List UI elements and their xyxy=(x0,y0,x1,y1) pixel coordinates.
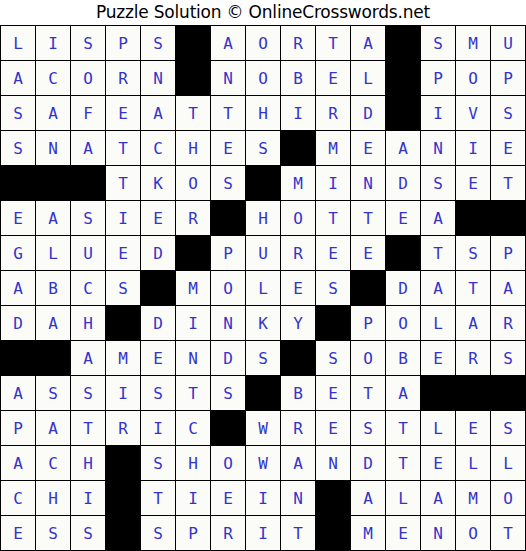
letter-cell-r3c8: H xyxy=(246,96,280,130)
letter-cell-r11c4: I xyxy=(106,376,140,410)
letter-cell-r4c10: M xyxy=(316,131,350,165)
letter-cell-r2c14: O xyxy=(456,61,490,95)
letter-cell-r10c4: M xyxy=(106,341,140,375)
black-cell-r6c15 xyxy=(491,201,525,235)
letter-cell-r1c14: M xyxy=(456,26,490,60)
letter-cell-r9c15: R xyxy=(491,306,525,340)
letter-cell-r14c7: E xyxy=(211,481,245,515)
letter-cell-r4c8: S xyxy=(246,131,280,165)
letter-cell-r6c12: E xyxy=(386,201,420,235)
letter-cell-r14c5: T xyxy=(141,481,175,515)
letter-cell-r15c9: T xyxy=(281,516,315,550)
letter-cell-r9c8: K xyxy=(246,306,280,340)
letter-cell-r10c15: S xyxy=(491,341,525,375)
letter-cell-r5c4: T xyxy=(106,166,140,200)
letter-cell-r11c5: S xyxy=(141,376,175,410)
letter-cell-r1c5: S xyxy=(141,26,175,60)
letter-cell-r8c6: M xyxy=(176,271,210,305)
letter-cell-r8c9: E xyxy=(281,271,315,305)
letter-cell-r1c11: A xyxy=(351,26,385,60)
letter-cell-r1c9: R xyxy=(281,26,315,60)
letter-cell-r4c12: A xyxy=(386,131,420,165)
letter-cell-r3c3: F xyxy=(71,96,105,130)
black-cell-r11c14 xyxy=(456,376,490,410)
letter-cell-r9c3: H xyxy=(71,306,105,340)
black-cell-r2c6 xyxy=(176,61,210,95)
letter-cell-r11c10: E xyxy=(316,376,350,410)
letter-cell-r14c9: N xyxy=(281,481,315,515)
letter-cell-r12c13: L xyxy=(421,411,455,445)
letter-cell-r1c3: S xyxy=(71,26,105,60)
letter-cell-r7c10: E xyxy=(316,236,350,270)
letter-cell-r8c12: D xyxy=(386,271,420,305)
letter-cell-r2c8: O xyxy=(246,61,280,95)
letter-cell-r15c5: S xyxy=(141,516,175,550)
black-cell-r14c10 xyxy=(316,481,350,515)
black-cell-r11c15 xyxy=(491,376,525,410)
letter-cell-r9c13: L xyxy=(421,306,455,340)
letter-cell-r1c1: L xyxy=(1,26,35,60)
letter-cell-r3c15: S xyxy=(491,96,525,130)
letter-cell-r10c3: A xyxy=(71,341,105,375)
letter-cell-r7c1: G xyxy=(1,236,35,270)
letter-cell-r4c11: E xyxy=(351,131,385,165)
letter-cell-r7c8: U xyxy=(246,236,280,270)
letter-cell-r4c1: S xyxy=(1,131,35,165)
letter-cell-r10c6: N xyxy=(176,341,210,375)
letter-cell-r11c2: S xyxy=(36,376,70,410)
letter-cell-r11c9: B xyxy=(281,376,315,410)
black-cell-r15c4 xyxy=(106,516,140,550)
letter-cell-r9c9: Y xyxy=(281,306,315,340)
letter-cell-r3c5: A xyxy=(141,96,175,130)
letter-cell-r2c1: A xyxy=(1,61,35,95)
letter-cell-r1c15: U xyxy=(491,26,525,60)
letter-cell-r7c7: P xyxy=(211,236,245,270)
letter-cell-r11c12: A xyxy=(386,376,420,410)
letter-cell-r12c10: E xyxy=(316,411,350,445)
letter-cell-r4c3: A xyxy=(71,131,105,165)
letter-cell-r3c9: I xyxy=(281,96,315,130)
letter-cell-r15c8: I xyxy=(246,516,280,550)
letter-cell-r7c5: D xyxy=(141,236,175,270)
letter-cell-r1c4: P xyxy=(106,26,140,60)
letter-cell-r13c12: T xyxy=(386,446,420,480)
letter-cell-r6c1: E xyxy=(1,201,35,235)
letter-cell-r15c7: R xyxy=(211,516,245,550)
letter-cell-r6c9: O xyxy=(281,201,315,235)
letter-cell-r12c2: A xyxy=(36,411,70,445)
letter-cell-r2c3: O xyxy=(71,61,105,95)
letter-cell-r10c11: O xyxy=(351,341,385,375)
letter-cell-r15c2: S xyxy=(36,516,70,550)
letter-cell-r7c14: S xyxy=(456,236,490,270)
letter-cell-r3c13: I xyxy=(421,96,455,130)
black-cell-r5c1 xyxy=(1,166,35,200)
letter-cell-r4c14: I xyxy=(456,131,490,165)
letter-cell-r3c14: V xyxy=(456,96,490,130)
black-cell-r6c14 xyxy=(456,201,490,235)
letter-cell-r2c4: R xyxy=(106,61,140,95)
letter-cell-r11c1: A xyxy=(1,376,35,410)
letter-cell-r2c13: P xyxy=(421,61,455,95)
letter-cell-r3c2: A xyxy=(36,96,70,130)
black-cell-r1c6 xyxy=(176,26,210,60)
letter-cell-r5c11: N xyxy=(351,166,385,200)
letter-cell-r13c9: A xyxy=(281,446,315,480)
letter-cell-r6c11: T xyxy=(351,201,385,235)
letter-cell-r9c14: A xyxy=(456,306,490,340)
letter-cell-r15c11: M xyxy=(351,516,385,550)
letter-cell-r9c7: N xyxy=(211,306,245,340)
letter-cell-r14c15: O xyxy=(491,481,525,515)
page-title: Puzzle Solution © OnlineCrosswords.net xyxy=(0,0,526,25)
letter-cell-r13c11: D xyxy=(351,446,385,480)
black-cell-r2c12 xyxy=(386,61,420,95)
letter-cell-r5c10: I xyxy=(316,166,350,200)
letter-cell-r14c12: L xyxy=(386,481,420,515)
black-cell-r14c4 xyxy=(106,481,140,515)
letter-cell-r2c15: P xyxy=(491,61,525,95)
letter-cell-r1c2: I xyxy=(36,26,70,60)
letter-cell-r4c15: E xyxy=(491,131,525,165)
letter-cell-r9c1: D xyxy=(1,306,35,340)
letter-cell-r14c2: H xyxy=(36,481,70,515)
letter-cell-r2c11: L xyxy=(351,61,385,95)
letter-cell-r9c6: I xyxy=(176,306,210,340)
letter-cell-r12c12: T xyxy=(386,411,420,445)
letter-cell-r8c10: S xyxy=(316,271,350,305)
letter-cell-r3c10: R xyxy=(316,96,350,130)
letter-cell-r14c1: C xyxy=(1,481,35,515)
letter-cell-r13c6: H xyxy=(176,446,210,480)
letter-cell-r10c7: D xyxy=(211,341,245,375)
letter-cell-r8c2: B xyxy=(36,271,70,305)
black-cell-r5c3 xyxy=(71,166,105,200)
letter-cell-r15c15: T xyxy=(491,516,525,550)
letter-cell-r13c14: L xyxy=(456,446,490,480)
black-cell-r5c2 xyxy=(36,166,70,200)
letter-cell-r13c1: A xyxy=(1,446,35,480)
letter-cell-r5c12: D xyxy=(386,166,420,200)
letter-cell-r4c13: N xyxy=(421,131,455,165)
black-cell-r3c12 xyxy=(386,96,420,130)
letter-cell-r12c9: R xyxy=(281,411,315,445)
letter-cell-r5c13: S xyxy=(421,166,455,200)
letter-cell-r2c9: B xyxy=(281,61,315,95)
letter-cell-r2c7: N xyxy=(211,61,245,95)
black-cell-r9c10 xyxy=(316,306,350,340)
letter-cell-r6c13: A xyxy=(421,201,455,235)
letter-cell-r15c1: E xyxy=(1,516,35,550)
letter-cell-r12c8: W xyxy=(246,411,280,445)
letter-cell-r8c8: L xyxy=(246,271,280,305)
letter-cell-r7c13: T xyxy=(421,236,455,270)
letter-cell-r8c1: A xyxy=(1,271,35,305)
letter-cell-r13c15: L xyxy=(491,446,525,480)
letter-cell-r12c1: P xyxy=(1,411,35,445)
letter-cell-r8c4: S xyxy=(106,271,140,305)
letter-cell-r2c2: C xyxy=(36,61,70,95)
letter-cell-r14c14: M xyxy=(456,481,490,515)
letter-cell-r11c7: S xyxy=(211,376,245,410)
letter-cell-r1c8: O xyxy=(246,26,280,60)
letter-cell-r8c13: A xyxy=(421,271,455,305)
letter-cell-r4c4: T xyxy=(106,131,140,165)
letter-cell-r6c3: S xyxy=(71,201,105,235)
letter-cell-r10c12: B xyxy=(386,341,420,375)
letter-cell-r11c3: S xyxy=(71,376,105,410)
black-cell-r7c12 xyxy=(386,236,420,270)
black-cell-r12c7 xyxy=(211,411,245,445)
letter-cell-r9c12: O xyxy=(386,306,420,340)
letter-cell-r13c2: C xyxy=(36,446,70,480)
black-cell-r11c8 xyxy=(246,376,280,410)
letter-cell-r12c14: E xyxy=(456,411,490,445)
letter-cell-r15c6: P xyxy=(176,516,210,550)
puzzle-solution-page: Puzzle Solution © OnlineCrosswords.net L… xyxy=(0,0,526,551)
letter-cell-r8c14: T xyxy=(456,271,490,305)
letter-cell-r13c8: W xyxy=(246,446,280,480)
black-cell-r4c9 xyxy=(281,131,315,165)
letter-cell-r7c15: P xyxy=(491,236,525,270)
letter-cell-r7c11: E xyxy=(351,236,385,270)
black-cell-r8c11 xyxy=(351,271,385,305)
letter-cell-r14c3: I xyxy=(71,481,105,515)
letter-cell-r12c6: C xyxy=(176,411,210,445)
black-cell-r6c7 xyxy=(211,201,245,235)
letter-cell-r4c7: E xyxy=(211,131,245,165)
letter-cell-r1c7: A xyxy=(211,26,245,60)
letter-cell-r5c9: M xyxy=(281,166,315,200)
letter-cell-r12c15: S xyxy=(491,411,525,445)
letter-cell-r8c15: A xyxy=(491,271,525,305)
letter-cell-r12c11: S xyxy=(351,411,385,445)
letter-cell-r4c6: H xyxy=(176,131,210,165)
letter-cell-r1c10: T xyxy=(316,26,350,60)
letter-cell-r13c10: N xyxy=(316,446,350,480)
black-cell-r15c10 xyxy=(316,516,350,550)
letter-cell-r3c6: T xyxy=(176,96,210,130)
letter-cell-r7c3: U xyxy=(71,236,105,270)
crossword-grid: LISPSAORTASMUACORNNOBELPOPSAFEATTHIRDIVS… xyxy=(0,25,526,551)
letter-cell-r10c5: E xyxy=(141,341,175,375)
letter-cell-r7c9: R xyxy=(281,236,315,270)
letter-cell-r12c5: I xyxy=(141,411,175,445)
letter-cell-r15c12: E xyxy=(386,516,420,550)
letter-cell-r3c11: D xyxy=(351,96,385,130)
letter-cell-r14c11: A xyxy=(351,481,385,515)
letter-cell-r15c13: N xyxy=(421,516,455,550)
letter-cell-r5c6: O xyxy=(176,166,210,200)
letter-cell-r6c2: A xyxy=(36,201,70,235)
letter-cell-r5c15: T xyxy=(491,166,525,200)
letter-cell-r13c13: E xyxy=(421,446,455,480)
letter-cell-r13c7: O xyxy=(211,446,245,480)
letter-cell-r7c4: E xyxy=(106,236,140,270)
letter-cell-r14c6: I xyxy=(176,481,210,515)
letter-cell-r4c2: N xyxy=(36,131,70,165)
letter-cell-r6c8: H xyxy=(246,201,280,235)
letter-cell-r13c5: S xyxy=(141,446,175,480)
black-cell-r9c4 xyxy=(106,306,140,340)
letter-cell-r9c5: D xyxy=(141,306,175,340)
letter-cell-r4c5: C xyxy=(141,131,175,165)
letter-cell-r6c6: R xyxy=(176,201,210,235)
letter-cell-r9c11: P xyxy=(351,306,385,340)
letter-cell-r3c4: E xyxy=(106,96,140,130)
black-cell-r11c13 xyxy=(421,376,455,410)
letter-cell-r13c3: H xyxy=(71,446,105,480)
letter-cell-r2c10: E xyxy=(316,61,350,95)
letter-cell-r6c5: E xyxy=(141,201,175,235)
black-cell-r13c4 xyxy=(106,446,140,480)
letter-cell-r3c1: S xyxy=(1,96,35,130)
letter-cell-r10c8: S xyxy=(246,341,280,375)
letter-cell-r2c5: N xyxy=(141,61,175,95)
letter-cell-r5c5: K xyxy=(141,166,175,200)
letter-cell-r3c7: T xyxy=(211,96,245,130)
letter-cell-r14c8: I xyxy=(246,481,280,515)
black-cell-r7c6 xyxy=(176,236,210,270)
letter-cell-r10c10: S xyxy=(316,341,350,375)
letter-cell-r8c3: C xyxy=(71,271,105,305)
black-cell-r8c5 xyxy=(141,271,175,305)
letter-cell-r1c13: S xyxy=(421,26,455,60)
black-cell-r10c2 xyxy=(36,341,70,375)
black-cell-r10c1 xyxy=(1,341,35,375)
letter-cell-r9c2: A xyxy=(36,306,70,340)
letter-cell-r8c7: O xyxy=(211,271,245,305)
letter-cell-r10c13: E xyxy=(421,341,455,375)
letter-cell-r12c4: R xyxy=(106,411,140,445)
black-cell-r1c12 xyxy=(386,26,420,60)
letter-cell-r11c6: T xyxy=(176,376,210,410)
letter-cell-r15c3: S xyxy=(71,516,105,550)
letter-cell-r6c10: T xyxy=(316,201,350,235)
letter-cell-r12c3: T xyxy=(71,411,105,445)
letter-cell-r7c2: L xyxy=(36,236,70,270)
letter-cell-r14c13: A xyxy=(421,481,455,515)
black-cell-r10c9 xyxy=(281,341,315,375)
letter-cell-r10c14: R xyxy=(456,341,490,375)
black-cell-r5c8 xyxy=(246,166,280,200)
letter-cell-r5c7: S xyxy=(211,166,245,200)
letter-cell-r11c11: T xyxy=(351,376,385,410)
letter-cell-r15c14: O xyxy=(456,516,490,550)
letter-cell-r6c4: I xyxy=(106,201,140,235)
letter-cell-r5c14: E xyxy=(456,166,490,200)
